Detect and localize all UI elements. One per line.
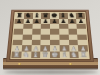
piece-white-rook[interactable]: ♜ [80, 51, 88, 59]
piece-white-knight[interactable]: ♞ [70, 51, 77, 59]
square-a1[interactable]: ♜ [11, 51, 21, 58]
piece-black-pawn[interactable]: ♟ [43, 19, 48, 24]
piece-black-pawn[interactable]: ♟ [16, 19, 22, 24]
photo-background: ♜♞♝♛♚♝♞♜♟♟♟♟♟♟♟♟♟♟♟♟♟♟♟♟♜♞♝♛♚♝♞♜ [0, 0, 100, 75]
piece-white-queen[interactable]: ♛ [42, 51, 49, 59]
board-frame: ♜♞♝♛♚♝♞♜♟♟♟♟♟♟♟♟♟♟♟♟♟♟♟♟♜♞♝♛♚♝♞♜ [6, 10, 94, 62]
piece-white-bishop[interactable]: ♝ [61, 51, 68, 59]
piece-white-rook[interactable]: ♜ [13, 51, 21, 59]
brass-clasp-icon [18, 63, 21, 65]
square-c1[interactable]: ♝ [31, 51, 41, 58]
piece-black-pawn[interactable]: ♟ [69, 19, 75, 24]
square-h1[interactable]: ♜ [79, 51, 89, 58]
piece-black-pawn[interactable]: ♟ [34, 19, 39, 24]
piece-black-pawn[interactable]: ♟ [52, 19, 57, 24]
square-b1[interactable]: ♞ [21, 51, 31, 58]
piece-black-pawn[interactable]: ♟ [25, 19, 31, 24]
square-e1[interactable]: ♚ [50, 51, 60, 58]
piece-white-bishop[interactable]: ♝ [32, 51, 39, 59]
square-d1[interactable]: ♛ [40, 51, 50, 58]
piece-black-pawn[interactable]: ♟ [61, 19, 66, 24]
square-f1[interactable]: ♝ [60, 51, 70, 58]
chess-board: ♜♞♝♛♚♝♞♜♟♟♟♟♟♟♟♟♟♟♟♟♟♟♟♟♜♞♝♛♚♝♞♜ [6, 10, 94, 62]
square-g1[interactable]: ♞ [69, 51, 79, 58]
box-shadow [4, 70, 98, 74]
piece-black-pawn[interactable]: ♟ [78, 19, 84, 24]
piece-white-king[interactable]: ♚ [51, 51, 58, 59]
piece-white-knight[interactable]: ♞ [22, 51, 29, 59]
board-grid: ♜♞♝♛♚♝♞♜♟♟♟♟♟♟♟♟♟♟♟♟♟♟♟♟♜♞♝♛♚♝♞♜ [10, 12, 89, 59]
brass-clasp-icon [69, 63, 72, 65]
